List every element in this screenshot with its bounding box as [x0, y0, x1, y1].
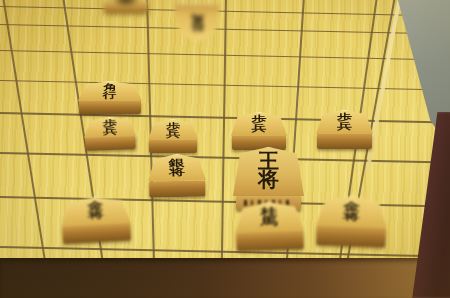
shogi-piece-pawn-2[interactable]: 歩兵 [148, 119, 198, 153]
shogi-piece-far-knight[interactable]: 桂馬 [174, 4, 220, 42]
piece-base-edge [149, 140, 197, 153]
kanji-char: 兵 [166, 130, 180, 138]
grid-line-vertical [221, 0, 227, 276]
piece-base-edge [85, 136, 135, 151]
shogi-piece-gold-right[interactable]: 金将 [315, 195, 388, 247]
piece-kanji: 歩兵 [166, 122, 180, 137]
kanji-char: 馬 [191, 14, 204, 23]
grid-line-horizontal [0, 246, 436, 257]
board-front-shadow [0, 258, 450, 298]
piece-face: 桂馬 [234, 201, 304, 233]
kanji-char: 将 [258, 172, 279, 190]
piece-kanji: 歩兵 [103, 119, 118, 135]
grid-line-vertical [2, 0, 48, 273]
piece-kanji: 桂馬 [191, 14, 204, 32]
piece-face: 歩兵 [231, 112, 287, 136]
shogi-board-photo: 桂馬角行歩兵歩兵歩兵歩兵銀将王将桂馬金将金将 [0, 0, 450, 298]
kanji-char: 将 [88, 211, 104, 221]
piece-base-edge [317, 226, 386, 247]
kanji-char: 馬 [261, 217, 278, 227]
piece-kanji: 金将 [87, 202, 104, 220]
shogi-piece-cropped-top-piece[interactable] [104, 0, 148, 13]
shogi-piece-bishop[interactable]: 角行 [78, 81, 142, 114]
kanji-char: 兵 [252, 124, 267, 132]
shogi-piece-gold-left[interactable]: 金将 [60, 195, 132, 244]
kanji-char: 兵 [103, 127, 117, 135]
shogi-piece-pawn-4[interactable]: 歩兵 [316, 110, 373, 149]
shogi-piece-near-knight[interactable]: 桂馬 [234, 201, 305, 251]
piece-face: 歩兵 [148, 119, 198, 140]
piece-face: 金将 [60, 195, 131, 227]
shogi-piece-pawn-1[interactable]: 歩兵 [83, 116, 136, 151]
kanji-char: 兵 [337, 122, 352, 130]
kanji-char: 行 [103, 91, 117, 99]
piece-kanji: 桂馬 [260, 207, 278, 226]
piece-kanji: 銀将 [169, 159, 185, 177]
piece-kanji: 金将 [343, 202, 361, 221]
piece-base-edge [149, 181, 205, 198]
piece-base-edge [237, 231, 304, 251]
shogi-piece-silver[interactable]: 銀将 [148, 153, 207, 197]
piece-face: 歩兵 [83, 116, 136, 138]
piece-kanji: 角行 [103, 83, 117, 98]
piece-face: 銀将 [148, 153, 206, 181]
piece-base-edge [317, 134, 372, 149]
blurred-kanji-smudge [114, 0, 139, 5]
grid-line-horizontal [0, 50, 436, 60]
piece-kanji: 歩兵 [252, 116, 267, 133]
piece-kanji: 王将 [258, 153, 279, 190]
piece-base-edge [79, 101, 140, 114]
piece-face: 桂馬 [174, 4, 220, 42]
piece-kanji: 歩兵 [337, 114, 352, 131]
piece-face: 王将 [233, 147, 304, 196]
grid-line-horizontal [0, 80, 436, 91]
piece-base-edge [63, 223, 131, 243]
piece-face: 角行 [78, 81, 142, 101]
kanji-char: 将 [169, 167, 185, 176]
shogi-piece-pawn-3[interactable]: 歩兵 [231, 112, 287, 150]
kanji-char: 将 [343, 211, 360, 221]
piece-face: 金将 [316, 195, 388, 228]
piece-face: 歩兵 [316, 110, 373, 134]
